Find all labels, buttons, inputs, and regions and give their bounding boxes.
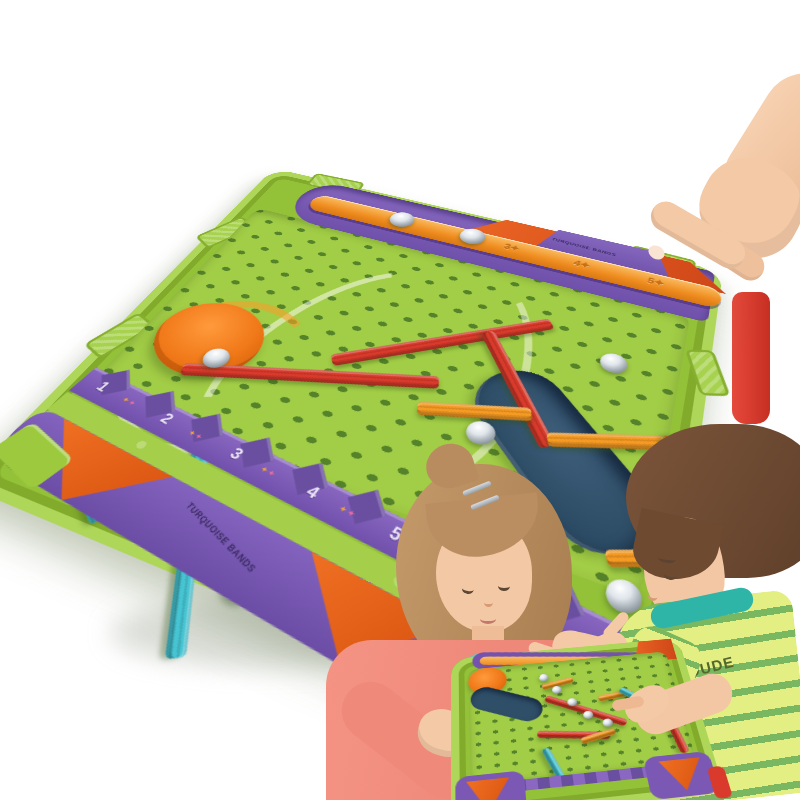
rail-marking: 5✦ — [646, 276, 665, 289]
score-stars: ✦✦ — [120, 395, 139, 408]
mini-apron-triangle — [658, 757, 708, 793]
mini-steel-ball — [583, 710, 594, 719]
score-stars: ✦✦ — [258, 464, 279, 479]
rail-marking: 3✦ — [502, 242, 521, 253]
red-leg — [732, 292, 770, 424]
mini-steel-ball — [552, 686, 563, 694]
mini-orange-stick — [580, 727, 617, 744]
girl-nose — [484, 598, 493, 607]
product-photo-stage: TURQUOISE BANDS 3✦4✦5✦ 1✦✦2✦✦3✦✦4✦✦5✦✦6 … — [0, 0, 800, 800]
score-tooth — [240, 437, 274, 467]
rail-steel-ball — [386, 210, 418, 229]
steel-ball — [598, 351, 629, 376]
score-tooth — [348, 490, 386, 524]
mini-apron-triangle — [466, 777, 511, 800]
rail-marking: 4✦ — [572, 259, 591, 271]
red-stick — [331, 319, 555, 367]
mini-ball-tray — [466, 685, 546, 725]
girl-mouth — [480, 614, 496, 624]
mini-steel-ball — [539, 674, 549, 682]
mini-steel-ball — [602, 718, 613, 727]
